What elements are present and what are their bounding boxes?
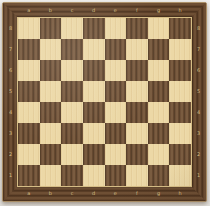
square-g3[interactable] [148, 123, 170, 144]
rank-label-left-5: 5 [5, 81, 16, 102]
file-label-top-d: d [83, 5, 105, 16]
square-a5[interactable] [18, 81, 40, 102]
square-b8[interactable] [40, 18, 62, 39]
square-b7[interactable] [40, 39, 62, 60]
rank-label-right-1: 1 [193, 165, 204, 186]
rank-label-left-1: 1 [5, 165, 16, 186]
rank-label-right-3: 3 [193, 123, 204, 144]
rank-label-right-2: 2 [193, 144, 204, 165]
square-b1[interactable] [40, 165, 62, 186]
file-label-bottom-b: b [40, 188, 62, 199]
square-d5[interactable] [83, 81, 105, 102]
rank-labels-right: 87654321 [193, 18, 204, 186]
file-labels-top: abcdefgh [18, 5, 191, 16]
square-h3[interactable] [169, 123, 191, 144]
square-h2[interactable] [169, 144, 191, 165]
square-h1[interactable] [169, 165, 191, 186]
file-label-top-c: c [61, 5, 83, 16]
rank-label-left-7: 7 [5, 39, 16, 60]
square-f3[interactable] [126, 123, 148, 144]
rank-label-right-8: 8 [193, 18, 204, 39]
square-e1[interactable] [105, 165, 127, 186]
square-a6[interactable] [18, 60, 40, 81]
file-label-bottom-c: c [61, 188, 83, 199]
square-c7[interactable] [61, 39, 83, 60]
square-h6[interactable] [169, 60, 191, 81]
square-a4[interactable] [18, 102, 40, 123]
square-b2[interactable] [40, 144, 62, 165]
square-e6[interactable] [105, 60, 127, 81]
square-a8[interactable] [18, 18, 40, 39]
board-frame-left [3, 3, 17, 201]
square-f4[interactable] [126, 102, 148, 123]
square-f7[interactable] [126, 39, 148, 60]
file-labels-bottom: abcdefgh [18, 188, 191, 199]
square-b6[interactable] [40, 60, 62, 81]
photo-background: abcdefgh abcdefgh 87654321 87654321 [0, 0, 210, 206]
board-frame-right [192, 3, 206, 201]
file-label-bottom-h: h [169, 188, 191, 199]
square-h4[interactable] [169, 102, 191, 123]
square-e2[interactable] [105, 144, 127, 165]
square-f1[interactable] [126, 165, 148, 186]
file-label-top-a: a [18, 5, 40, 16]
board-frame-bottom [3, 187, 206, 201]
square-d2[interactable] [83, 144, 105, 165]
square-g4[interactable] [148, 102, 170, 123]
file-label-bottom-g: g [148, 188, 170, 199]
square-c1[interactable] [61, 165, 83, 186]
square-a2[interactable] [18, 144, 40, 165]
square-c8[interactable] [61, 18, 83, 39]
squares-grid [17, 17, 192, 187]
square-c5[interactable] [61, 81, 83, 102]
square-e3[interactable] [105, 123, 127, 144]
square-d8[interactable] [83, 18, 105, 39]
rank-label-left-8: 8 [5, 18, 16, 39]
square-f6[interactable] [126, 60, 148, 81]
rank-label-right-4: 4 [193, 102, 204, 123]
rank-label-right-7: 7 [193, 39, 204, 60]
file-label-top-g: g [148, 5, 170, 16]
square-d1[interactable] [83, 165, 105, 186]
file-label-top-h: h [169, 5, 191, 16]
file-label-bottom-e: e [105, 188, 127, 199]
square-e4[interactable] [105, 102, 127, 123]
file-label-bottom-a: a [18, 188, 40, 199]
square-c6[interactable] [61, 60, 83, 81]
square-d3[interactable] [83, 123, 105, 144]
square-b4[interactable] [40, 102, 62, 123]
square-g1[interactable] [148, 165, 170, 186]
square-g2[interactable] [148, 144, 170, 165]
file-label-bottom-f: f [126, 188, 148, 199]
square-d7[interactable] [83, 39, 105, 60]
square-e8[interactable] [105, 18, 127, 39]
chess-board: abcdefgh abcdefgh 87654321 87654321 [2, 2, 207, 202]
rank-label-left-3: 3 [5, 123, 16, 144]
square-a3[interactable] [18, 123, 40, 144]
square-a1[interactable] [18, 165, 40, 186]
rank-label-right-5: 5 [193, 81, 204, 102]
square-b3[interactable] [40, 123, 62, 144]
file-label-bottom-d: d [83, 188, 105, 199]
square-g5[interactable] [148, 81, 170, 102]
rank-label-left-6: 6 [5, 60, 16, 81]
square-c4[interactable] [61, 102, 83, 123]
board-frame-top [3, 3, 206, 17]
square-f2[interactable] [126, 144, 148, 165]
square-a7[interactable] [18, 39, 40, 60]
square-h8[interactable] [169, 18, 191, 39]
square-f5[interactable] [126, 81, 148, 102]
rank-label-right-6: 6 [193, 60, 204, 81]
square-c3[interactable] [61, 123, 83, 144]
square-f8[interactable] [126, 18, 148, 39]
file-label-top-e: e [105, 5, 127, 16]
square-h5[interactable] [169, 81, 191, 102]
square-h7[interactable] [169, 39, 191, 60]
rank-labels-left: 87654321 [5, 18, 16, 186]
file-label-top-f: f [126, 5, 148, 16]
square-d4[interactable] [83, 102, 105, 123]
square-d6[interactable] [83, 60, 105, 81]
square-b5[interactable] [40, 81, 62, 102]
rank-label-left-2: 2 [5, 144, 16, 165]
square-e5[interactable] [105, 81, 127, 102]
square-g6[interactable] [148, 60, 170, 81]
rank-label-left-4: 4 [5, 102, 16, 123]
square-g8[interactable] [148, 18, 170, 39]
square-c2[interactable] [61, 144, 83, 165]
file-label-top-b: b [40, 5, 62, 16]
square-e7[interactable] [105, 39, 127, 60]
square-g7[interactable] [148, 39, 170, 60]
